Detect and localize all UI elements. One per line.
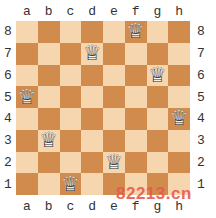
white-queen-outline: ♕ xyxy=(16,86,38,108)
rank-left-label-4: 4 xyxy=(0,108,16,130)
square-g7 xyxy=(147,43,169,65)
square-b6 xyxy=(38,65,60,87)
white-queen-outline: ♕ xyxy=(60,173,82,195)
square-d8 xyxy=(81,21,103,43)
white-queen-b3: ♛♕ xyxy=(38,130,60,152)
rank-right-label-4: 4 xyxy=(190,108,212,130)
square-d1 xyxy=(81,173,103,195)
white-queen-h4: ♛♕ xyxy=(168,108,190,130)
file-top-label-h: h xyxy=(168,3,190,19)
square-d7: ♛♕ xyxy=(81,43,103,65)
white-queen-e2: ♛♕ xyxy=(103,152,125,174)
square-c4 xyxy=(60,108,82,130)
rank-labels-right: 87654321 xyxy=(190,21,212,195)
rank-left-label-1: 1 xyxy=(0,173,16,195)
square-f3 xyxy=(125,130,147,152)
rank-left-label-5: 5 xyxy=(0,86,16,108)
square-d2 xyxy=(81,152,103,174)
square-h5 xyxy=(168,86,190,108)
chess-diagram: abcdefgh 87654321 87654321 ♛♕♛♕♛♕♛♕♛♕♛♕♛… xyxy=(0,0,216,218)
rank-right-label-3: 3 xyxy=(190,130,212,152)
rank-right-label-2: 2 xyxy=(190,152,212,174)
square-c7 xyxy=(60,43,82,65)
file-bottom-label-c: c xyxy=(60,198,82,214)
white-queen-c1: ♛♕ xyxy=(60,173,82,195)
file-top-label-c: c xyxy=(60,3,82,19)
white-queen-outline: ♕ xyxy=(103,152,125,174)
square-g8 xyxy=(147,21,169,43)
square-c3 xyxy=(60,130,82,152)
rank-left-label-3: 3 xyxy=(0,130,16,152)
square-d4 xyxy=(81,108,103,130)
square-h8 xyxy=(168,21,190,43)
square-e3 xyxy=(103,130,125,152)
square-f5 xyxy=(125,86,147,108)
square-b1 xyxy=(38,173,60,195)
square-c1: ♛♕ xyxy=(60,173,82,195)
rank-right-label-7: 7 xyxy=(190,43,212,65)
square-f6 xyxy=(125,65,147,87)
square-h3 xyxy=(168,130,190,152)
square-d3 xyxy=(81,130,103,152)
square-c6 xyxy=(60,65,82,87)
square-a5: ♛♕ xyxy=(16,86,38,108)
square-b3: ♛♕ xyxy=(38,130,60,152)
file-top-label-d: d xyxy=(81,3,103,19)
file-bottom-label-a: a xyxy=(16,198,38,214)
square-a7 xyxy=(16,43,38,65)
rank-right-label-8: 8 xyxy=(190,21,212,43)
square-e7 xyxy=(103,43,125,65)
rank-right-label-1: 1 xyxy=(190,173,212,195)
square-h6 xyxy=(168,65,190,87)
square-b2 xyxy=(38,152,60,174)
white-queen-outline: ♕ xyxy=(168,108,190,130)
white-queen-d7: ♛♕ xyxy=(81,43,103,65)
rank-labels-left: 87654321 xyxy=(0,21,16,195)
square-b8 xyxy=(38,21,60,43)
file-labels-top: abcdefgh xyxy=(16,3,190,19)
white-queen-outline: ♕ xyxy=(125,21,147,43)
square-f8: ♛♕ xyxy=(125,21,147,43)
square-h7 xyxy=(168,43,190,65)
rank-left-label-8: 8 xyxy=(0,21,16,43)
white-queen-outline: ♕ xyxy=(81,43,103,65)
rank-left-label-6: 6 xyxy=(0,65,16,87)
square-h4: ♛♕ xyxy=(168,108,190,130)
square-g5 xyxy=(147,86,169,108)
square-b7 xyxy=(38,43,60,65)
square-c8 xyxy=(60,21,82,43)
square-a4 xyxy=(16,108,38,130)
square-g6: ♛♕ xyxy=(147,65,169,87)
square-g3 xyxy=(147,130,169,152)
square-e2: ♛♕ xyxy=(103,152,125,174)
file-top-label-a: a xyxy=(16,3,38,19)
square-f4 xyxy=(125,108,147,130)
square-a6 xyxy=(16,65,38,87)
square-d5 xyxy=(81,86,103,108)
square-a8 xyxy=(16,21,38,43)
square-f2 xyxy=(125,152,147,174)
file-top-label-b: b xyxy=(38,3,60,19)
square-h2 xyxy=(168,152,190,174)
rank-left-label-2: 2 xyxy=(0,152,16,174)
watermark: 82213.cn xyxy=(116,185,192,202)
square-e8 xyxy=(103,21,125,43)
white-queen-f8: ♛♕ xyxy=(125,21,147,43)
file-top-label-g: g xyxy=(147,3,169,19)
square-c2 xyxy=(60,152,82,174)
rank-right-label-6: 6 xyxy=(190,65,212,87)
square-g2 xyxy=(147,152,169,174)
square-e4 xyxy=(103,108,125,130)
square-e5 xyxy=(103,86,125,108)
square-b5 xyxy=(38,86,60,108)
file-bottom-label-d: d xyxy=(81,198,103,214)
square-e6 xyxy=(103,65,125,87)
square-a1 xyxy=(16,173,38,195)
square-d6 xyxy=(81,65,103,87)
square-c5 xyxy=(60,86,82,108)
chess-board: ♛♕♛♕♛♕♛♕♛♕♛♕♛♕♛♕ xyxy=(16,21,190,195)
square-f7 xyxy=(125,43,147,65)
square-a3 xyxy=(16,130,38,152)
square-b4 xyxy=(38,108,60,130)
white-queen-outline: ♕ xyxy=(38,130,60,152)
square-a2 xyxy=(16,152,38,174)
file-top-label-f: f xyxy=(125,3,147,19)
rank-left-label-7: 7 xyxy=(0,43,16,65)
white-queen-g6: ♛♕ xyxy=(147,65,169,87)
file-bottom-label-b: b xyxy=(38,198,60,214)
rank-right-label-5: 5 xyxy=(190,86,212,108)
white-queen-a5: ♛♕ xyxy=(16,86,38,108)
square-g4 xyxy=(147,108,169,130)
white-queen-outline: ♕ xyxy=(147,65,169,87)
file-top-label-e: e xyxy=(103,3,125,19)
